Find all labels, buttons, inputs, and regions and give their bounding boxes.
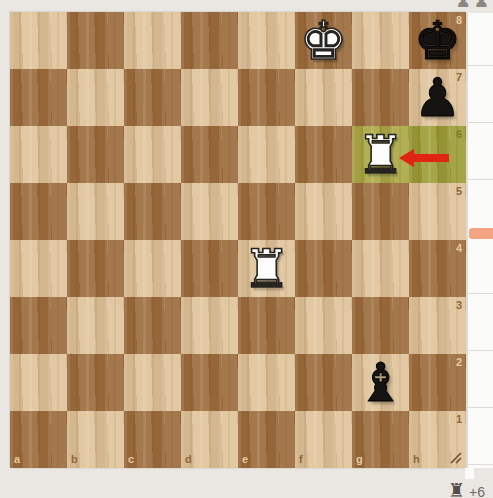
square-b7[interactable] (67, 69, 124, 126)
square-f3[interactable] (295, 297, 352, 354)
file-label-f: f (299, 454, 303, 465)
square-d5[interactable] (181, 183, 238, 240)
square-b1[interactable]: b (67, 411, 124, 468)
square-h1[interactable]: 1h (409, 411, 466, 468)
file-label-b: b (71, 454, 78, 465)
square-a4[interactable] (10, 240, 67, 297)
rank-label-5: 5 (456, 186, 462, 197)
square-g1[interactable]: g (352, 411, 409, 468)
board-resize-handle-icon[interactable] (448, 450, 463, 465)
white-rook[interactable]: ♜ (352, 126, 409, 183)
square-a2[interactable] (10, 354, 67, 411)
material-advantage: +6 (469, 481, 485, 498)
file-label-a: a (14, 454, 20, 465)
square-e5[interactable] (238, 183, 295, 240)
square-a1[interactable]: a (10, 411, 67, 468)
square-h5[interactable]: 5 (409, 183, 466, 240)
panel-row (468, 66, 493, 123)
captured-rook-icon: ♜ (448, 481, 465, 498)
rank-label-4: 4 (456, 243, 462, 254)
rank-label-2: 2 (456, 357, 462, 368)
side-panel (467, 13, 493, 468)
square-d7[interactable] (181, 69, 238, 126)
square-f4[interactable] (295, 240, 352, 297)
square-d3[interactable] (181, 297, 238, 354)
square-a5[interactable] (10, 183, 67, 240)
panel-row (468, 294, 493, 351)
black-king[interactable]: ♚ (409, 12, 466, 69)
square-f6[interactable] (295, 126, 352, 183)
square-a7[interactable] (10, 69, 67, 126)
file-label-c: c (128, 454, 134, 465)
square-g4[interactable] (352, 240, 409, 297)
square-h2[interactable]: 2 (409, 354, 466, 411)
square-b4[interactable] (67, 240, 124, 297)
square-c5[interactable] (124, 183, 181, 240)
black-pawn[interactable]: ♟ (409, 69, 466, 126)
panel-row (468, 351, 493, 408)
square-b5[interactable] (67, 183, 124, 240)
square-h6[interactable]: 6 (409, 126, 466, 183)
square-e1[interactable]: e (238, 411, 295, 468)
square-f7[interactable] (295, 69, 352, 126)
square-a3[interactable] (10, 297, 67, 354)
square-h4[interactable]: 4 (409, 240, 466, 297)
panel-row (468, 408, 493, 465)
square-a6[interactable] (10, 126, 67, 183)
square-c1[interactable]: c (124, 411, 181, 468)
panel-row (468, 13, 493, 66)
square-g7[interactable] (352, 69, 409, 126)
material-tray: ♜ +6 (448, 481, 485, 498)
file-label-e: e (242, 454, 248, 465)
captured-pawn-icon: ♟ (456, 0, 471, 10)
square-e6[interactable] (238, 126, 295, 183)
captured-pawn-icon: ♟ (474, 0, 489, 10)
square-g5[interactable] (352, 183, 409, 240)
panel-row (468, 237, 493, 294)
square-d1[interactable]: d (181, 411, 238, 468)
file-label-h: h (413, 454, 420, 465)
square-f1[interactable]: f (295, 411, 352, 468)
rank-label-3: 3 (456, 300, 462, 311)
square-b3[interactable] (67, 297, 124, 354)
square-c4[interactable] (124, 240, 181, 297)
square-d6[interactable] (181, 126, 238, 183)
square-g8[interactable] (352, 12, 409, 69)
square-d2[interactable] (181, 354, 238, 411)
square-e4[interactable]: ♜ (238, 240, 295, 297)
square-g3[interactable] (352, 297, 409, 354)
file-label-d: d (185, 454, 192, 465)
square-b8[interactable] (67, 12, 124, 69)
square-b2[interactable] (67, 354, 124, 411)
file-label-g: g (356, 454, 363, 465)
square-e3[interactable] (238, 297, 295, 354)
square-c6[interactable] (124, 126, 181, 183)
square-e8[interactable] (238, 12, 295, 69)
square-d4[interactable] (181, 240, 238, 297)
rank-label-1: 1 (456, 414, 462, 425)
chess-board[interactable]: ♚8♚7♟♜65♜43♝2abcdefg1h (10, 12, 466, 468)
square-g2[interactable]: ♝ (352, 354, 409, 411)
square-e2[interactable] (238, 354, 295, 411)
square-b6[interactable] (67, 126, 124, 183)
square-c8[interactable] (124, 12, 181, 69)
panel-row (468, 123, 493, 180)
square-f2[interactable] (295, 354, 352, 411)
square-a8[interactable] (10, 12, 67, 69)
square-c2[interactable] (124, 354, 181, 411)
black-bishop[interactable]: ♝ (352, 354, 409, 411)
square-f5[interactable] (295, 183, 352, 240)
panel-tab[interactable] (469, 228, 493, 239)
rank-label-6: 6 (456, 129, 462, 140)
square-f8[interactable]: ♚ (295, 12, 352, 69)
square-e7[interactable] (238, 69, 295, 126)
square-h8[interactable]: 8♚ (409, 12, 466, 69)
square-c3[interactable] (124, 297, 181, 354)
panel-corner (465, 468, 474, 479)
square-h3[interactable]: 3 (409, 297, 466, 354)
white-rook[interactable]: ♜ (238, 240, 295, 297)
white-king[interactable]: ♚ (295, 12, 352, 69)
square-g6[interactable]: ♜ (352, 126, 409, 183)
captured-by-top: ♟♟ (456, 0, 490, 10)
square-c7[interactable] (124, 69, 181, 126)
square-d8[interactable] (181, 12, 238, 69)
square-h7[interactable]: 7♟ (409, 69, 466, 126)
